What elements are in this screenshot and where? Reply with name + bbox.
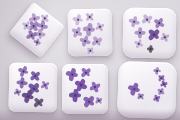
pressed-flower bbox=[160, 32, 170, 42]
flower-center bbox=[74, 94, 76, 96]
pressed-flower bbox=[127, 15, 140, 28]
flower-center bbox=[98, 25, 101, 28]
pressed-flower bbox=[81, 93, 96, 108]
pressed-flower bbox=[134, 27, 145, 38]
flower-center bbox=[75, 30, 78, 33]
pressed-flower bbox=[83, 22, 96, 35]
flower-center bbox=[84, 40, 87, 43]
pressed-flower bbox=[32, 96, 45, 109]
pressed-flower bbox=[84, 12, 95, 23]
pressed-flower bbox=[153, 94, 161, 102]
cube-top-right bbox=[123, 8, 177, 59]
pressed-flower bbox=[89, 80, 102, 93]
pressed-flower bbox=[80, 66, 93, 79]
flower-cube-photo bbox=[0, 0, 180, 120]
cube-top-middle bbox=[68, 9, 113, 57]
flower-center bbox=[160, 76, 163, 79]
pressed-flower bbox=[29, 69, 43, 83]
cube-top-left bbox=[9, 2, 65, 58]
cube-bottom-left bbox=[9, 63, 58, 113]
cube-bottom-middle bbox=[62, 64, 108, 114]
pressed-flower bbox=[33, 37, 42, 46]
pressed-flower bbox=[147, 46, 153, 52]
flower-center bbox=[149, 48, 151, 50]
pressed-flower bbox=[40, 80, 51, 91]
pressed-flower bbox=[133, 38, 144, 49]
flower-center bbox=[88, 28, 90, 30]
pressed-flower bbox=[72, 14, 83, 25]
pressed-flower bbox=[94, 95, 104, 105]
pressed-flower bbox=[85, 45, 95, 55]
flower-center bbox=[39, 33, 41, 35]
cube-bottom-right bbox=[117, 61, 177, 119]
pressed-flower bbox=[94, 22, 104, 32]
pressed-flower bbox=[69, 89, 81, 101]
flower-center bbox=[132, 20, 135, 23]
pressed-flower bbox=[91, 35, 103, 47]
flower-center bbox=[139, 32, 141, 34]
